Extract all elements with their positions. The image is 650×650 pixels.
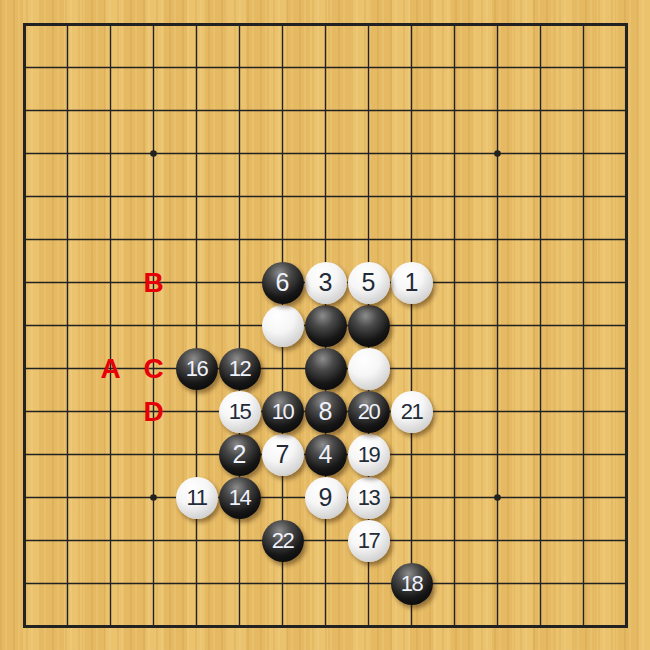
go-board[interactable]: 12345678910111213141516171819202122 ABCD: [0, 0, 650, 650]
annotation-B: B: [143, 269, 163, 297]
annotations-layer: ABCD: [3, 3, 648, 648]
annotation-A: A: [100, 355, 120, 383]
annotation-D: D: [143, 398, 163, 426]
annotation-C: C: [143, 355, 163, 383]
